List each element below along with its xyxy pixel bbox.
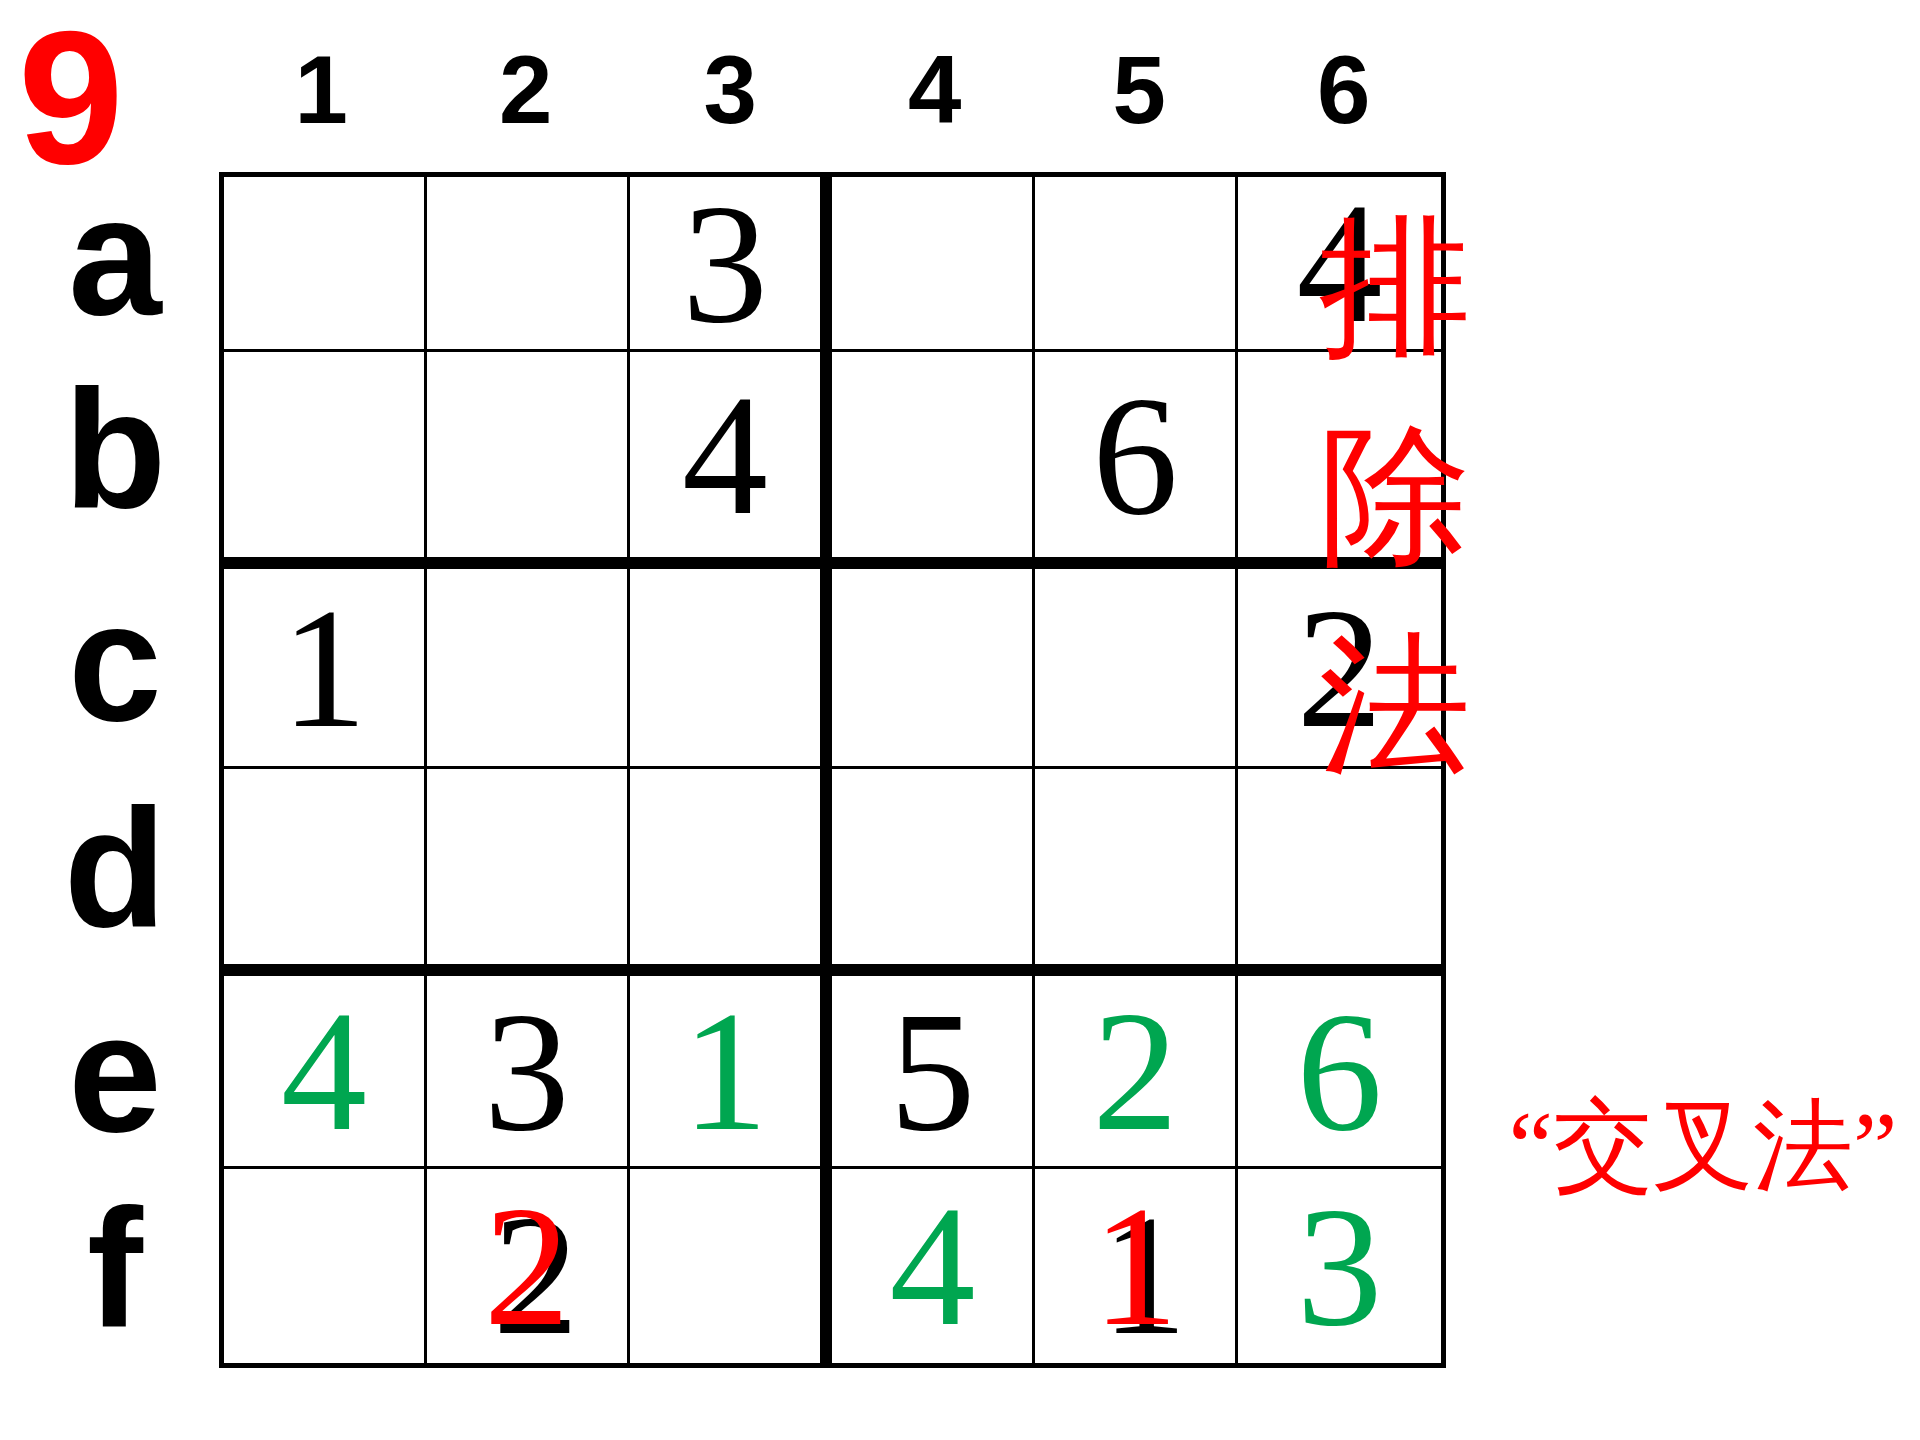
cell-b1[interactable] [224, 352, 427, 569]
cell-b4[interactable] [832, 352, 1035, 569]
row-label-b: b [50, 340, 180, 561]
cell-f3[interactable] [630, 1169, 833, 1363]
cell-d5[interactable] [1035, 769, 1238, 976]
cell-e2[interactable]: 3 [427, 976, 630, 1169]
cell-a3[interactable]: 3 [630, 177, 833, 352]
cell-e1[interactable]: 4 [224, 976, 427, 1169]
row-label-a: a [50, 172, 180, 340]
cell-e5[interactable]: 2 [1035, 976, 1238, 1169]
row-label-f: f [50, 1171, 180, 1368]
cell-c3[interactable] [630, 569, 833, 769]
cell-b3[interactable]: 4 [630, 352, 833, 569]
cell-c4[interactable] [832, 569, 1035, 769]
row-labels: abcdef [50, 172, 180, 1368]
column-header-1: 1 [219, 42, 424, 142]
column-header-3: 3 [628, 42, 833, 142]
row-label-c: c [50, 561, 180, 764]
cell-c1[interactable]: 1 [224, 569, 427, 769]
cell-c5[interactable] [1035, 569, 1238, 769]
cell-d6[interactable] [1238, 769, 1441, 976]
side-title-paichufa: 排除法 [1315, 212, 1475, 782]
cell-a2[interactable] [427, 177, 630, 352]
cell-d1[interactable] [224, 769, 427, 976]
cell-a5[interactable] [1035, 177, 1238, 352]
cell-e6[interactable]: 6 [1238, 976, 1441, 1169]
cell-f4[interactable]: 4 [832, 1169, 1035, 1363]
slide-canvas: { "game": "sudoku-6x6 (2x3 boxes)", "pos… [0, 0, 1920, 1440]
cell-f6[interactable]: 3 [1238, 1169, 1441, 1363]
cell-f2[interactable]: 2 [427, 1169, 630, 1363]
cell-e4[interactable]: 5 [832, 976, 1035, 1169]
column-headers: 123456 [219, 42, 1446, 142]
cell-f5[interactable]: 1 [1035, 1169, 1238, 1363]
sudoku-grid: 3446124315262413 [219, 172, 1446, 1368]
column-header-2: 2 [424, 42, 629, 142]
cell-f1[interactable] [224, 1169, 427, 1363]
cell-e3[interactable]: 1 [630, 976, 833, 1169]
cell-d4[interactable] [832, 769, 1035, 976]
cell-d3[interactable] [630, 769, 833, 976]
cell-d2[interactable] [427, 769, 630, 976]
row-label-d: d [50, 764, 180, 975]
column-header-6: 6 [1242, 42, 1447, 142]
side-title-char-1: 排 [1319, 212, 1471, 364]
cell-a1[interactable] [224, 177, 427, 352]
column-header-5: 5 [1037, 42, 1242, 142]
side-title-char-3: 法 [1319, 630, 1471, 782]
column-header-4: 4 [833, 42, 1038, 142]
side-title-char-2: 除 [1319, 421, 1471, 573]
cell-c2[interactable] [427, 569, 630, 769]
cell-b5[interactable]: 6 [1035, 352, 1238, 569]
row-label-e: e [50, 975, 180, 1171]
quote-jiaochafa: “交叉法” [1498, 1092, 1908, 1202]
cell-a4[interactable] [832, 177, 1035, 352]
cell-b2[interactable] [427, 352, 630, 569]
